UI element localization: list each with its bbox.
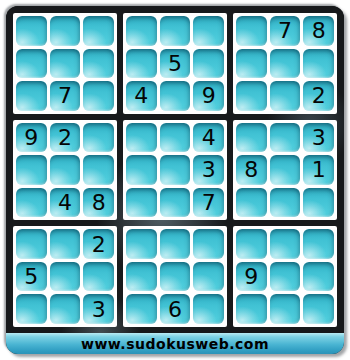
cell-r5c8[interactable]	[270, 155, 301, 185]
box-1: 7	[13, 13, 117, 114]
given-digit: 3	[202, 158, 216, 181]
cell-r1c8[interactable]: 7	[270, 16, 301, 46]
cell-r3c9[interactable]: 2	[303, 81, 334, 111]
site-url: www.sudokusweb.com	[81, 336, 269, 352]
cell-r9c8[interactable]	[270, 294, 301, 324]
box-2: 549	[123, 13, 227, 114]
cell-r1c3[interactable]	[83, 16, 114, 46]
cell-r7c9[interactable]	[303, 229, 334, 259]
given-digit: 7	[278, 19, 292, 42]
cell-r7c2[interactable]	[50, 229, 81, 259]
cell-r9c9[interactable]	[303, 294, 334, 324]
cell-r3c8[interactable]	[270, 81, 301, 111]
box-4: 9248	[13, 120, 117, 221]
cell-r8c5[interactable]	[160, 262, 191, 292]
cell-r8c1[interactable]: 5	[16, 262, 47, 292]
box-6: 381	[233, 120, 337, 221]
cell-r4c4[interactable]	[126, 123, 157, 153]
cell-r8c3[interactable]	[83, 262, 114, 292]
given-digit: 3	[92, 298, 106, 321]
cell-r7c4[interactable]	[126, 229, 157, 259]
cell-r7c5[interactable]	[160, 229, 191, 259]
cell-r6c5[interactable]	[160, 188, 191, 218]
box-3: 782	[233, 13, 337, 114]
sudoku-card: 7549782924843738125369 www.sudokusweb.co…	[6, 6, 344, 354]
footer-bar: www.sudokusweb.com	[6, 333, 344, 354]
cell-r2c9[interactable]	[303, 49, 334, 79]
cell-r5c4[interactable]	[126, 155, 157, 185]
given-digit: 4	[134, 84, 148, 107]
cell-r5c5[interactable]	[160, 155, 191, 185]
cell-r4c6[interactable]: 4	[193, 123, 224, 153]
given-digit: 9	[202, 84, 216, 107]
cell-r2c7[interactable]	[236, 49, 267, 79]
cell-r5c3[interactable]	[83, 155, 114, 185]
cell-r2c8[interactable]	[270, 49, 301, 79]
cell-r3c2[interactable]: 7	[50, 81, 81, 111]
cell-r6c1[interactable]	[16, 188, 47, 218]
given-digit: 5	[24, 265, 38, 288]
given-digit: 4	[58, 191, 72, 214]
cell-r1c5[interactable]	[160, 16, 191, 46]
box-7: 253	[13, 226, 117, 327]
cell-r8c4[interactable]	[126, 262, 157, 292]
cell-r8c2[interactable]	[50, 262, 81, 292]
cell-r9c1[interactable]	[16, 294, 47, 324]
box-8: 6	[123, 226, 227, 327]
cell-r9c3[interactable]: 3	[83, 294, 114, 324]
given-digit: 5	[168, 52, 182, 75]
cell-r9c5[interactable]: 6	[160, 294, 191, 324]
cell-r6c4[interactable]	[126, 188, 157, 218]
cell-r7c6[interactable]	[193, 229, 224, 259]
cell-r3c3[interactable]	[83, 81, 114, 111]
cell-r2c1[interactable]	[16, 49, 47, 79]
cell-r5c2[interactable]	[50, 155, 81, 185]
cell-r2c4[interactable]	[126, 49, 157, 79]
cell-r4c5[interactable]	[160, 123, 191, 153]
cell-r7c1[interactable]	[16, 229, 47, 259]
cell-r6c6[interactable]: 7	[193, 188, 224, 218]
cell-r8c8[interactable]	[270, 262, 301, 292]
cell-r1c2[interactable]	[50, 16, 81, 46]
cell-r6c2[interactable]: 4	[50, 188, 81, 218]
cell-r5c6[interactable]: 3	[193, 155, 224, 185]
cell-r7c3[interactable]: 2	[83, 229, 114, 259]
given-digit: 2	[92, 233, 106, 256]
cell-r3c7[interactable]	[236, 81, 267, 111]
cell-r6c3[interactable]: 8	[83, 188, 114, 218]
cell-r5c7[interactable]: 8	[236, 155, 267, 185]
page: 7549782924843738125369 www.sudokusweb.co…	[0, 0, 350, 360]
given-digit: 9	[244, 265, 258, 288]
cell-r9c4[interactable]	[126, 294, 157, 324]
given-digit: 7	[58, 84, 72, 107]
cell-r1c7[interactable]	[236, 16, 267, 46]
cell-r6c7[interactable]	[236, 188, 267, 218]
cell-r8c6[interactable]	[193, 262, 224, 292]
cell-r5c1[interactable]	[16, 155, 47, 185]
cell-r1c1[interactable]	[16, 16, 47, 46]
given-digit: 8	[92, 191, 106, 214]
cell-r3c1[interactable]	[16, 81, 47, 111]
cell-r4c3[interactable]	[83, 123, 114, 153]
cell-r4c9[interactable]: 3	[303, 123, 334, 153]
cell-r7c7[interactable]	[236, 229, 267, 259]
given-digit: 4	[202, 126, 216, 149]
cell-r1c6[interactable]	[193, 16, 224, 46]
box-5: 437	[123, 120, 227, 221]
cell-r5c9[interactable]: 1	[303, 155, 334, 185]
given-digit: 2	[312, 84, 326, 107]
cell-r9c7[interactable]	[236, 294, 267, 324]
cell-r2c3[interactable]	[83, 49, 114, 79]
cell-r4c7[interactable]	[236, 123, 267, 153]
cell-r8c9[interactable]	[303, 262, 334, 292]
given-digit: 8	[312, 19, 326, 42]
cell-r1c4[interactable]	[126, 16, 157, 46]
cell-r2c5[interactable]: 5	[160, 49, 191, 79]
cell-r2c6[interactable]	[193, 49, 224, 79]
given-digit: 9	[24, 126, 38, 149]
cell-r3c5[interactable]	[160, 81, 191, 111]
cell-r3c6[interactable]: 9	[193, 81, 224, 111]
given-digit: 8	[244, 158, 258, 181]
cell-r4c1[interactable]: 9	[16, 123, 47, 153]
sudoku-board: 7549782924843738125369	[6, 6, 344, 333]
cell-r9c2[interactable]	[50, 294, 81, 324]
given-digit: 7	[202, 191, 216, 214]
cell-r3c4[interactable]: 4	[126, 81, 157, 111]
cell-r8c7[interactable]: 9	[236, 262, 267, 292]
box-9: 9	[233, 226, 337, 327]
cell-r4c2[interactable]: 2	[50, 123, 81, 153]
cell-r9c6[interactable]	[193, 294, 224, 324]
cell-r2c2[interactable]	[50, 49, 81, 79]
cell-r6c8[interactable]	[270, 188, 301, 218]
given-digit: 1	[312, 158, 326, 181]
cell-r4c8[interactable]	[270, 123, 301, 153]
cell-r7c8[interactable]	[270, 229, 301, 259]
given-digit: 2	[58, 126, 72, 149]
cell-r1c9[interactable]: 8	[303, 16, 334, 46]
given-digit: 6	[168, 298, 182, 321]
given-digit: 3	[312, 126, 326, 149]
cell-r6c9[interactable]	[303, 188, 334, 218]
